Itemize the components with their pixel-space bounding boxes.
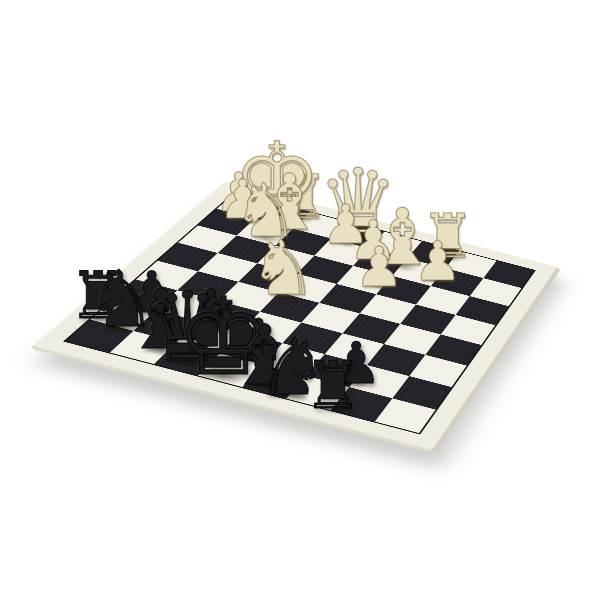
photo-stage: ♟♚♟♞♝♜♛♟♟♝♜♟♟♞♜♞♟♝♟♛♚♟♝♞♟♜: [0, 0, 600, 600]
white-pawn-f[interactable]: ♟: [354, 240, 403, 295]
pieces-layer: ♟♚♟♞♝♜♛♟♟♝♜♟♟♞♜♞♟♝♟♛♚♟♝♞♟♜: [0, 0, 600, 600]
white-pawn-g[interactable]: ♟: [413, 236, 462, 290]
black-rook-h[interactable]: ♜: [303, 353, 362, 419]
